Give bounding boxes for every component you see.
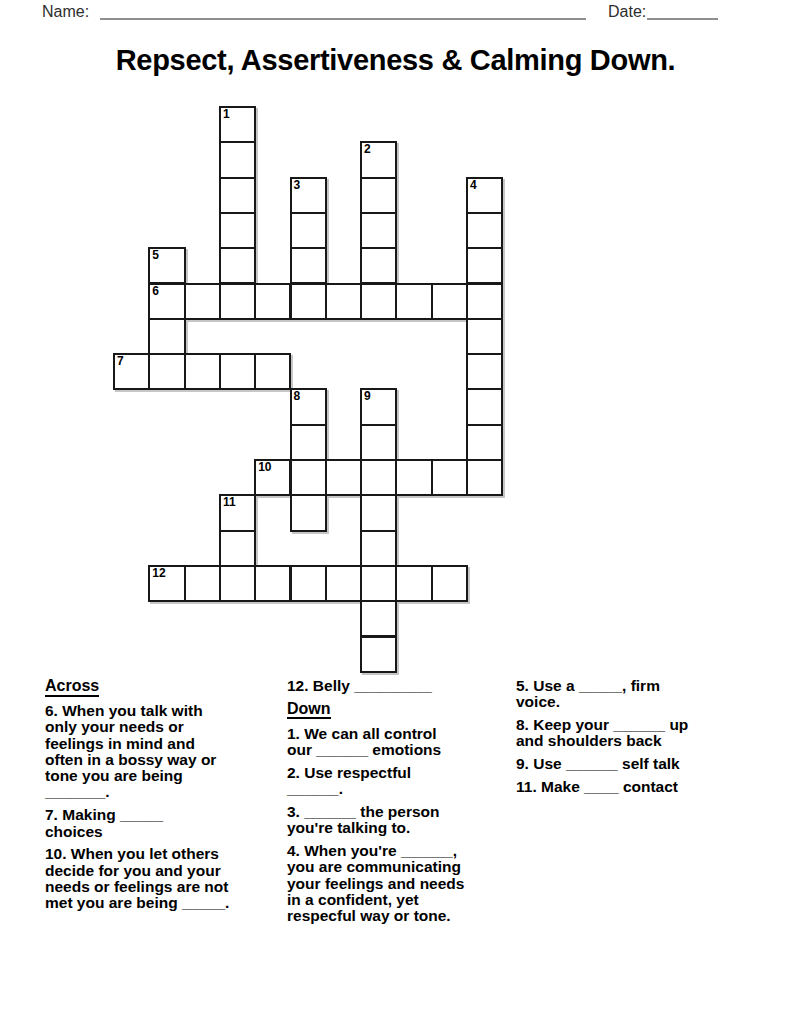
grid-cell-r5c6[interactable] [325, 283, 362, 320]
grid-cell-r9c7[interactable] [360, 424, 397, 461]
crossword-grid: 123456789101112 [113, 106, 508, 676]
clue-number: 2. [287, 764, 300, 781]
grid-cell-r13c4[interactable] [254, 565, 291, 602]
clue-text: Use ______ self talk [529, 755, 680, 772]
cell-number-12: 12 [152, 567, 165, 581]
cell-number-4: 4 [470, 179, 477, 193]
name-label: Name: [42, 3, 89, 21]
grid-cell-r4c3[interactable] [219, 247, 256, 284]
grid-cell-r5c9[interactable] [431, 283, 468, 320]
cell-number-10: 10 [258, 461, 271, 475]
grid-cell-r2c10[interactable]: 4 [466, 177, 503, 214]
grid-cell-r8c7[interactable]: 9 [360, 388, 397, 425]
clue-number: 6. [45, 702, 58, 719]
clue-number: 1. [287, 725, 300, 742]
grid-cell-r11c5[interactable] [290, 494, 327, 531]
clue-number: 10. [45, 845, 67, 862]
grid-cell-r5c4[interactable] [254, 283, 291, 320]
cell-number-8: 8 [294, 390, 301, 404]
clue-text: Use respectful ______. [287, 764, 411, 797]
grid-cell-r5c10[interactable] [466, 283, 503, 320]
clue-text: Make ____ contact [537, 778, 678, 795]
grid-cell-r13c2[interactable] [184, 565, 221, 602]
clue-1: 1. We can all control our ______ emotion… [287, 726, 512, 759]
page-title: Repsect, Assertiveness & Calming Down. [0, 44, 791, 77]
cell-number-7: 7 [117, 355, 124, 369]
grid-cell-r13c8[interactable] [395, 565, 432, 602]
clue-text: Belly _________ [309, 677, 432, 694]
clue-11: 11. Make ____ contact [516, 779, 736, 795]
grid-cell-r2c7[interactable] [360, 177, 397, 214]
grid-cell-r14c7[interactable] [360, 600, 397, 637]
clue-9: 9. Use ______ self talk [516, 756, 736, 772]
clue-number: 9. [516, 755, 529, 772]
grid-cell-r5c2[interactable] [184, 283, 221, 320]
grid-cell-r9c10[interactable] [466, 424, 503, 461]
grid-cell-r10c7[interactable] [360, 459, 397, 496]
clue-5: 5. Use a _____, firm voice. [516, 678, 736, 711]
clue-text: When you let others decide for you and y… [45, 845, 229, 911]
grid-cell-r3c10[interactable] [466, 212, 503, 249]
grid-cell-r10c8[interactable] [395, 459, 432, 496]
grid-cell-r3c3[interactable] [219, 212, 256, 249]
grid-cell-r13c9[interactable] [431, 565, 468, 602]
grid-cell-r8c10[interactable] [466, 388, 503, 425]
clue-number: 5. [516, 677, 529, 694]
clue-7: 7. Making _____ choices [45, 807, 287, 840]
grid-cell-r6c1[interactable] [148, 318, 185, 355]
grid-cell-r12c3[interactable] [219, 530, 256, 567]
grid-cell-r7c3[interactable] [219, 353, 256, 390]
grid-cell-r2c3[interactable] [219, 177, 256, 214]
grid-cell-r10c10[interactable] [466, 459, 503, 496]
grid-cell-r10c6[interactable] [325, 459, 362, 496]
cell-number-9: 9 [364, 390, 371, 404]
grid-cell-r13c5[interactable] [290, 565, 327, 602]
grid-cell-r10c5[interactable] [290, 459, 327, 496]
clue-6: 6. When you talk with only your needs or… [45, 703, 287, 801]
clue-column-middle: 12. Belly _________Down1. We can all con… [287, 678, 512, 931]
grid-cell-r4c10[interactable] [466, 247, 503, 284]
date-label: Date: [608, 3, 646, 21]
clue-number: 7. [45, 806, 58, 823]
grid-cell-r9c5[interactable] [290, 424, 327, 461]
grid-cell-r4c7[interactable] [360, 247, 397, 284]
down-heading: Down [287, 701, 512, 720]
across-heading: Across [45, 678, 287, 697]
clue-4: 4. When you're ______, you are communica… [287, 843, 512, 924]
clue-8: 8. Keep your ______ up and shoulders bac… [516, 717, 736, 750]
grid-cell-r7c4[interactable] [254, 353, 291, 390]
clue-number: 11. [516, 778, 537, 795]
clue-text: ______ the person you're talking to. [287, 803, 440, 836]
grid-cell-r7c0[interactable]: 7 [113, 353, 150, 390]
grid-cell-r13c7[interactable] [360, 565, 397, 602]
cell-number-3: 3 [294, 179, 301, 193]
clue-number: 8. [516, 716, 529, 733]
crossword-worksheet: Name: Date: Repsect, Assertiveness & Cal… [0, 0, 791, 1024]
clue-number: 3. [287, 803, 300, 820]
grid-cell-r7c10[interactable] [466, 353, 503, 390]
grid-cell-r5c5[interactable] [290, 283, 327, 320]
grid-cell-r13c6[interactable] [325, 565, 362, 602]
clue-number: 4. [287, 842, 300, 859]
grid-cell-r13c3[interactable] [219, 565, 256, 602]
name-input-line[interactable] [100, 0, 586, 20]
cell-number-1: 1 [223, 108, 230, 122]
clue-column-left: Across6. When you talk with only your ne… [45, 678, 287, 918]
grid-cell-r3c7[interactable] [360, 212, 397, 249]
grid-cell-r5c3[interactable] [219, 283, 256, 320]
grid-cell-r1c7[interactable]: 2 [360, 141, 397, 178]
clue-2: 2. Use respectful ______. [287, 765, 512, 798]
clue-10: 10. When you let others decide for you a… [45, 846, 287, 911]
grid-cell-r7c2[interactable] [184, 353, 221, 390]
grid-cell-r13c1[interactable]: 12 [148, 565, 185, 602]
grid-cell-r10c9[interactable] [431, 459, 468, 496]
clue-text: Keep your ______ up and shoulders back [516, 716, 688, 749]
grid-cell-r2c5[interactable]: 3 [290, 177, 327, 214]
grid-cell-r5c8[interactable] [395, 283, 432, 320]
clue-text: Use a _____, firm voice. [516, 677, 660, 710]
cell-number-2: 2 [364, 143, 371, 157]
cell-number-6: 6 [152, 285, 159, 299]
clue-column-right: 5. Use a _____, firm voice.8. Keep your … [516, 678, 736, 802]
grid-cell-r5c7[interactable] [360, 283, 397, 320]
grid-cell-r7c1[interactable] [148, 353, 185, 390]
grid-cell-r15c7[interactable] [360, 636, 397, 673]
grid-cell-r1c3[interactable] [219, 141, 256, 178]
clue-3: 3. ______ the person you're talking to. [287, 804, 512, 837]
grid-cell-r4c5[interactable] [290, 247, 327, 284]
grid-cell-r6c10[interactable] [466, 318, 503, 355]
clue-text: We can all control our ______ emotions [287, 725, 441, 758]
grid-cell-r10c4[interactable]: 10 [254, 459, 291, 496]
clue-12: 12. Belly _________ [287, 678, 512, 694]
grid-cell-r3c5[interactable] [290, 212, 327, 249]
grid-cell-r12c7[interactable] [360, 530, 397, 567]
grid-cell-r8c5[interactable]: 8 [290, 388, 327, 425]
clue-text: When you talk with only your needs or fe… [45, 702, 216, 800]
grid-cell-r11c3[interactable]: 11 [219, 494, 256, 531]
clue-number: 12. [287, 677, 309, 694]
grid-cell-r4c1[interactable]: 5 [148, 247, 185, 284]
clue-text: Making _____ choices [45, 806, 163, 839]
grid-cell-r11c7[interactable] [360, 494, 397, 531]
cell-number-5: 5 [152, 249, 159, 263]
date-input-line[interactable] [647, 0, 718, 20]
cell-number-11: 11 [223, 496, 236, 510]
grid-cell-r0c3[interactable]: 1 [219, 106, 256, 143]
grid-cell-r5c1[interactable]: 6 [148, 283, 185, 320]
clue-text: When you're ______, you are communicatin… [287, 842, 464, 924]
